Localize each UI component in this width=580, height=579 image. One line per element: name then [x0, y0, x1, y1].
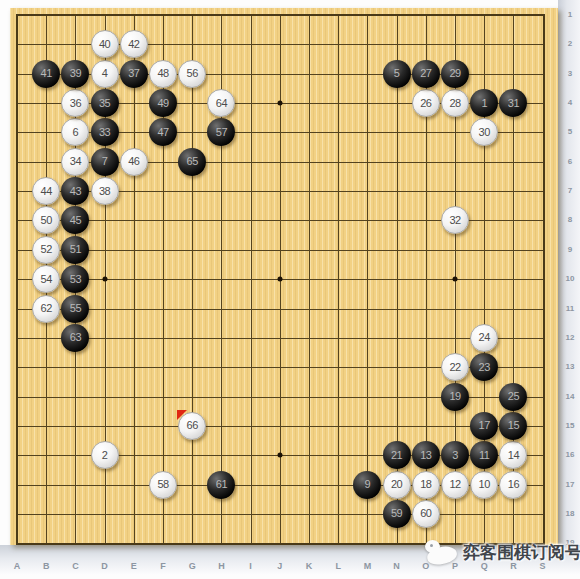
move-number: 33 [99, 127, 110, 138]
stone-white-44: 44 [32, 177, 60, 205]
stone-black-47: 47 [149, 118, 177, 146]
move-number: 22 [449, 362, 460, 373]
row-label: 2 [568, 40, 572, 48]
stone-black-15: 15 [499, 412, 527, 440]
stone-black-61: 61 [207, 471, 235, 499]
stone-white-36: 36 [61, 89, 89, 117]
stone-white-12: 12 [441, 471, 469, 499]
move-number: 48 [157, 68, 168, 79]
move-number: 49 [157, 98, 168, 109]
row-label: 5 [568, 128, 572, 136]
move-number: 46 [128, 156, 139, 167]
move-number: 43 [70, 186, 81, 197]
move-number: 4 [102, 68, 108, 79]
row-label: 18 [566, 510, 575, 518]
stone-black-27: 27 [412, 60, 440, 88]
move-number: 20 [391, 479, 402, 490]
row-label: 14 [566, 393, 575, 401]
stone-black-39: 39 [61, 60, 89, 88]
move-number: 59 [391, 508, 402, 519]
move-number: 30 [479, 127, 490, 138]
stone-white-18: 18 [412, 471, 440, 499]
move-number: 64 [216, 98, 227, 109]
column-label: L [335, 562, 341, 571]
move-number: 42 [128, 39, 139, 50]
move-number: 53 [70, 274, 81, 285]
star-point [277, 277, 282, 282]
move-number: 31 [508, 98, 519, 109]
yike-logo-icon [424, 537, 460, 567]
stone-black-9: 9 [353, 471, 381, 499]
move-number: 58 [157, 479, 168, 490]
stone-black-63: 63 [61, 324, 89, 352]
stone-black-45: 45 [61, 206, 89, 234]
stone-black-35: 35 [91, 89, 119, 117]
column-label: D [101, 562, 108, 571]
stone-black-33: 33 [91, 118, 119, 146]
move-number: 57 [216, 127, 227, 138]
last-move-marker-icon [177, 410, 187, 420]
move-number: 65 [187, 156, 198, 167]
move-number: 62 [41, 303, 52, 314]
stone-white-46: 46 [120, 148, 148, 176]
stone-white-16: 16 [499, 471, 527, 499]
stone-white-52: 52 [32, 236, 60, 264]
move-number: 13 [420, 450, 431, 461]
column-label: N [393, 562, 400, 571]
stone-white-60: 60 [412, 500, 440, 528]
stone-black-55: 55 [61, 295, 89, 323]
stone-white-40: 40 [91, 30, 119, 58]
column-label: C [72, 562, 79, 571]
move-number: 18 [420, 479, 431, 490]
move-number: 41 [41, 68, 52, 79]
move-number: 3 [452, 450, 458, 461]
stone-white-42: 42 [120, 30, 148, 58]
stone-white-38: 38 [91, 177, 119, 205]
column-label: E [131, 562, 137, 571]
stone-black-51: 51 [61, 236, 89, 264]
move-number: 63 [70, 332, 81, 343]
star-point [277, 101, 282, 106]
column-label: M [364, 562, 372, 571]
row-label: 16 [566, 451, 575, 459]
column-label: J [277, 562, 282, 571]
row-label: 3 [568, 70, 572, 78]
move-number: 52 [41, 244, 52, 255]
move-number: 17 [479, 420, 490, 431]
move-number: 47 [157, 127, 168, 138]
move-number: 50 [41, 215, 52, 226]
star-point [277, 453, 282, 458]
stone-white-2: 2 [91, 441, 119, 469]
move-number: 66 [187, 420, 198, 431]
stone-white-4: 4 [91, 60, 119, 88]
row-label: 6 [568, 158, 572, 166]
stone-white-54: 54 [32, 265, 60, 293]
move-number: 55 [70, 303, 81, 314]
move-number: 2 [102, 450, 108, 461]
stone-black-19: 19 [441, 383, 469, 411]
move-number: 28 [449, 98, 460, 109]
stone-black-21: 21 [383, 441, 411, 469]
move-number: 21 [391, 450, 402, 461]
stone-black-5: 5 [383, 60, 411, 88]
move-number: 25 [508, 391, 519, 402]
stone-black-37: 37 [120, 60, 148, 88]
stone-black-17: 17 [470, 412, 498, 440]
move-number: 40 [99, 39, 110, 50]
move-number: 34 [70, 156, 81, 167]
stone-white-20: 20 [383, 471, 411, 499]
move-number: 12 [449, 479, 460, 490]
stone-black-11: 11 [470, 441, 498, 469]
stone-white-66: 66 [178, 412, 206, 440]
move-number: 16 [508, 479, 519, 490]
stone-white-56: 56 [178, 60, 206, 88]
stone-black-65: 65 [178, 148, 206, 176]
move-number: 44 [41, 186, 52, 197]
stone-black-53: 53 [61, 265, 89, 293]
column-label: H [218, 562, 225, 571]
stone-white-28: 28 [441, 89, 469, 117]
move-number: 29 [449, 68, 460, 79]
row-label: 9 [568, 246, 572, 254]
move-number: 5 [394, 68, 400, 79]
column-label: G [189, 562, 196, 571]
stone-black-13: 13 [412, 441, 440, 469]
row-label: 7 [568, 187, 572, 195]
watermark: 弈客围棋订阅号 [424, 536, 580, 568]
move-number: 19 [449, 391, 460, 402]
move-number: 32 [449, 215, 460, 226]
stone-black-59: 59 [383, 500, 411, 528]
stone-white-14: 14 [499, 441, 527, 469]
kifu-diagram: 1234567910111213141516171819202122232425… [0, 0, 580, 579]
stone-black-49: 49 [149, 89, 177, 117]
stone-white-64: 64 [207, 89, 235, 117]
row-label: 13 [566, 363, 575, 371]
stone-black-25: 25 [499, 383, 527, 411]
stone-black-31: 31 [499, 89, 527, 117]
move-number: 9 [365, 479, 371, 490]
row-label: 17 [566, 481, 575, 489]
move-number: 56 [187, 68, 198, 79]
stone-black-23: 23 [470, 353, 498, 381]
move-number: 54 [41, 274, 52, 285]
move-number: 61 [216, 479, 227, 490]
column-label: F [160, 562, 166, 571]
move-number: 23 [479, 362, 490, 373]
move-number: 45 [70, 215, 81, 226]
row-label: 4 [568, 99, 572, 107]
column-label: K [306, 562, 313, 571]
move-number: 39 [70, 68, 81, 79]
go-board: 1234567910111213141516171819202122232425… [10, 8, 558, 545]
stone-black-7: 7 [91, 148, 119, 176]
row-label: 12 [566, 334, 575, 342]
stone-black-3: 3 [441, 441, 469, 469]
column-label: I [249, 562, 252, 571]
column-label: A [14, 562, 21, 571]
stone-white-58: 58 [149, 471, 177, 499]
move-number: 60 [420, 508, 431, 519]
stone-white-24: 24 [470, 324, 498, 352]
stone-black-1: 1 [470, 89, 498, 117]
stone-black-57: 57 [207, 118, 235, 146]
row-label: 11 [566, 305, 574, 313]
move-number: 7 [102, 156, 108, 167]
row-label: 8 [568, 216, 572, 224]
stone-white-6: 6 [61, 118, 89, 146]
move-number: 51 [70, 244, 81, 255]
stone-black-43: 43 [61, 177, 89, 205]
move-number: 38 [99, 186, 110, 197]
stone-white-48: 48 [149, 60, 177, 88]
stone-white-50: 50 [32, 206, 60, 234]
star-point [102, 277, 107, 282]
stone-black-41: 41 [32, 60, 60, 88]
stone-white-32: 32 [441, 206, 469, 234]
row-label: 15 [566, 422, 575, 430]
column-label: B [43, 562, 50, 571]
move-number: 1 [481, 98, 487, 109]
move-number: 15 [508, 420, 519, 431]
star-point [453, 277, 458, 282]
move-number: 36 [70, 98, 81, 109]
stone-white-62: 62 [32, 295, 60, 323]
move-number: 10 [479, 479, 490, 490]
move-number: 24 [479, 332, 490, 343]
stone-white-22: 22 [441, 353, 469, 381]
move-number: 27 [420, 68, 431, 79]
move-number: 11 [479, 450, 489, 461]
stone-white-34: 34 [61, 148, 89, 176]
stone-white-26: 26 [412, 89, 440, 117]
row-label: 10 [566, 275, 575, 283]
move-number: 37 [128, 68, 139, 79]
stone-white-30: 30 [470, 118, 498, 146]
row-label: 1 [568, 11, 572, 19]
stone-black-29: 29 [441, 60, 469, 88]
move-number: 6 [73, 127, 79, 138]
move-number: 35 [99, 98, 110, 109]
move-number: 14 [508, 450, 519, 461]
watermark-text: 弈客围棋订阅号 [463, 541, 580, 564]
stone-white-10: 10 [470, 471, 498, 499]
move-number: 26 [420, 98, 431, 109]
